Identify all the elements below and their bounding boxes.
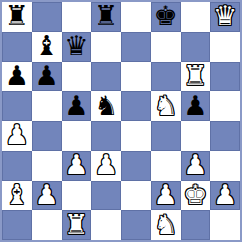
square-a2[interactable]: ♝ xyxy=(2,181,32,211)
square-a7[interactable] xyxy=(2,32,32,62)
white-queen: ♛ xyxy=(213,2,237,29)
square-h4[interactable] xyxy=(210,121,240,151)
square-e7[interactable] xyxy=(121,32,151,62)
black-queen: ♛ xyxy=(64,32,88,59)
white-knight: ♞ xyxy=(154,92,178,119)
square-g7[interactable] xyxy=(181,32,211,62)
square-b6[interactable]: ♟ xyxy=(32,62,62,92)
white-pawn: ♟ xyxy=(64,151,88,178)
white-rook: ♜ xyxy=(64,211,88,238)
square-f2[interactable]: ♟ xyxy=(151,181,181,211)
square-f6[interactable] xyxy=(151,62,181,92)
square-b8[interactable] xyxy=(32,2,62,32)
square-h1[interactable] xyxy=(210,210,240,240)
square-e3[interactable] xyxy=(121,151,151,181)
square-g2[interactable]: ♚ xyxy=(181,181,211,211)
square-b3[interactable] xyxy=(32,151,62,181)
square-a3[interactable] xyxy=(2,151,32,181)
square-d8[interactable]: ♜ xyxy=(91,2,121,32)
square-a4[interactable]: ♟ xyxy=(2,121,32,151)
square-f1[interactable]: ♞ xyxy=(151,210,181,240)
square-d2[interactable] xyxy=(91,181,121,211)
square-e2[interactable] xyxy=(121,181,151,211)
square-d7[interactable] xyxy=(91,32,121,62)
square-c3[interactable]: ♟ xyxy=(62,151,92,181)
square-f8[interactable]: ♚ xyxy=(151,2,181,32)
black-rook: ♜ xyxy=(5,2,29,29)
square-f4[interactable] xyxy=(151,121,181,151)
square-e8[interactable] xyxy=(121,2,151,32)
square-b4[interactable] xyxy=(32,121,62,151)
square-c5[interactable]: ♟ xyxy=(62,91,92,121)
square-f7[interactable] xyxy=(151,32,181,62)
black-pawn: ♟ xyxy=(64,92,88,119)
square-f3[interactable] xyxy=(151,151,181,181)
square-c6[interactable] xyxy=(62,62,92,92)
white-pawn: ♟ xyxy=(94,151,118,178)
white-king: ♚ xyxy=(183,181,207,208)
square-c4[interactable] xyxy=(62,121,92,151)
square-a1[interactable] xyxy=(2,210,32,240)
square-e1[interactable] xyxy=(121,210,151,240)
square-d4[interactable] xyxy=(91,121,121,151)
square-g6[interactable]: ♜ xyxy=(181,62,211,92)
square-h6[interactable] xyxy=(210,62,240,92)
black-pawn: ♟ xyxy=(35,62,59,89)
square-g3[interactable]: ♟ xyxy=(181,151,211,181)
square-b1[interactable] xyxy=(32,210,62,240)
square-h8[interactable]: ♛ xyxy=(210,2,240,32)
square-c8[interactable] xyxy=(62,2,92,32)
square-g8[interactable] xyxy=(181,2,211,32)
square-h7[interactable] xyxy=(210,32,240,62)
square-d6[interactable] xyxy=(91,62,121,92)
white-pawn: ♟ xyxy=(183,151,207,178)
white-pawn: ♟ xyxy=(5,121,29,148)
chess-board: ♜♜♚♛♝♛♟♟♜♟♞♞♟♟♟♟♟♝♟♟♚♟♜♞ xyxy=(0,0,242,242)
black-pawn: ♟ xyxy=(5,62,29,89)
square-c2[interactable] xyxy=(62,181,92,211)
square-e4[interactable] xyxy=(121,121,151,151)
white-pawn: ♟ xyxy=(213,181,237,208)
square-b2[interactable]: ♟ xyxy=(32,181,62,211)
square-d1[interactable] xyxy=(91,210,121,240)
white-pawn: ♟ xyxy=(35,181,59,208)
square-f5[interactable]: ♞ xyxy=(151,91,181,121)
square-h3[interactable] xyxy=(210,151,240,181)
black-knight: ♞ xyxy=(94,92,118,119)
square-e5[interactable] xyxy=(121,91,151,121)
black-king: ♚ xyxy=(154,2,178,29)
square-b5[interactable] xyxy=(32,91,62,121)
square-a6[interactable]: ♟ xyxy=(2,62,32,92)
square-b7[interactable]: ♝ xyxy=(32,32,62,62)
square-h5[interactable] xyxy=(210,91,240,121)
black-pawn: ♟ xyxy=(183,92,207,119)
white-bishop: ♝ xyxy=(5,181,29,208)
white-knight: ♞ xyxy=(154,211,178,238)
black-rook: ♜ xyxy=(94,2,118,29)
square-a8[interactable]: ♜ xyxy=(2,2,32,32)
square-g4[interactable] xyxy=(181,121,211,151)
square-c1[interactable]: ♜ xyxy=(62,210,92,240)
white-pawn: ♟ xyxy=(154,181,178,208)
black-bishop: ♝ xyxy=(35,32,59,59)
white-rook: ♜ xyxy=(183,62,207,89)
square-g5[interactable]: ♟ xyxy=(181,91,211,121)
square-d5[interactable]: ♞ xyxy=(91,91,121,121)
square-c7[interactable]: ♛ xyxy=(62,32,92,62)
square-g1[interactable] xyxy=(181,210,211,240)
square-d3[interactable]: ♟ xyxy=(91,151,121,181)
square-a5[interactable] xyxy=(2,91,32,121)
square-e6[interactable] xyxy=(121,62,151,92)
square-h2[interactable]: ♟ xyxy=(210,181,240,211)
